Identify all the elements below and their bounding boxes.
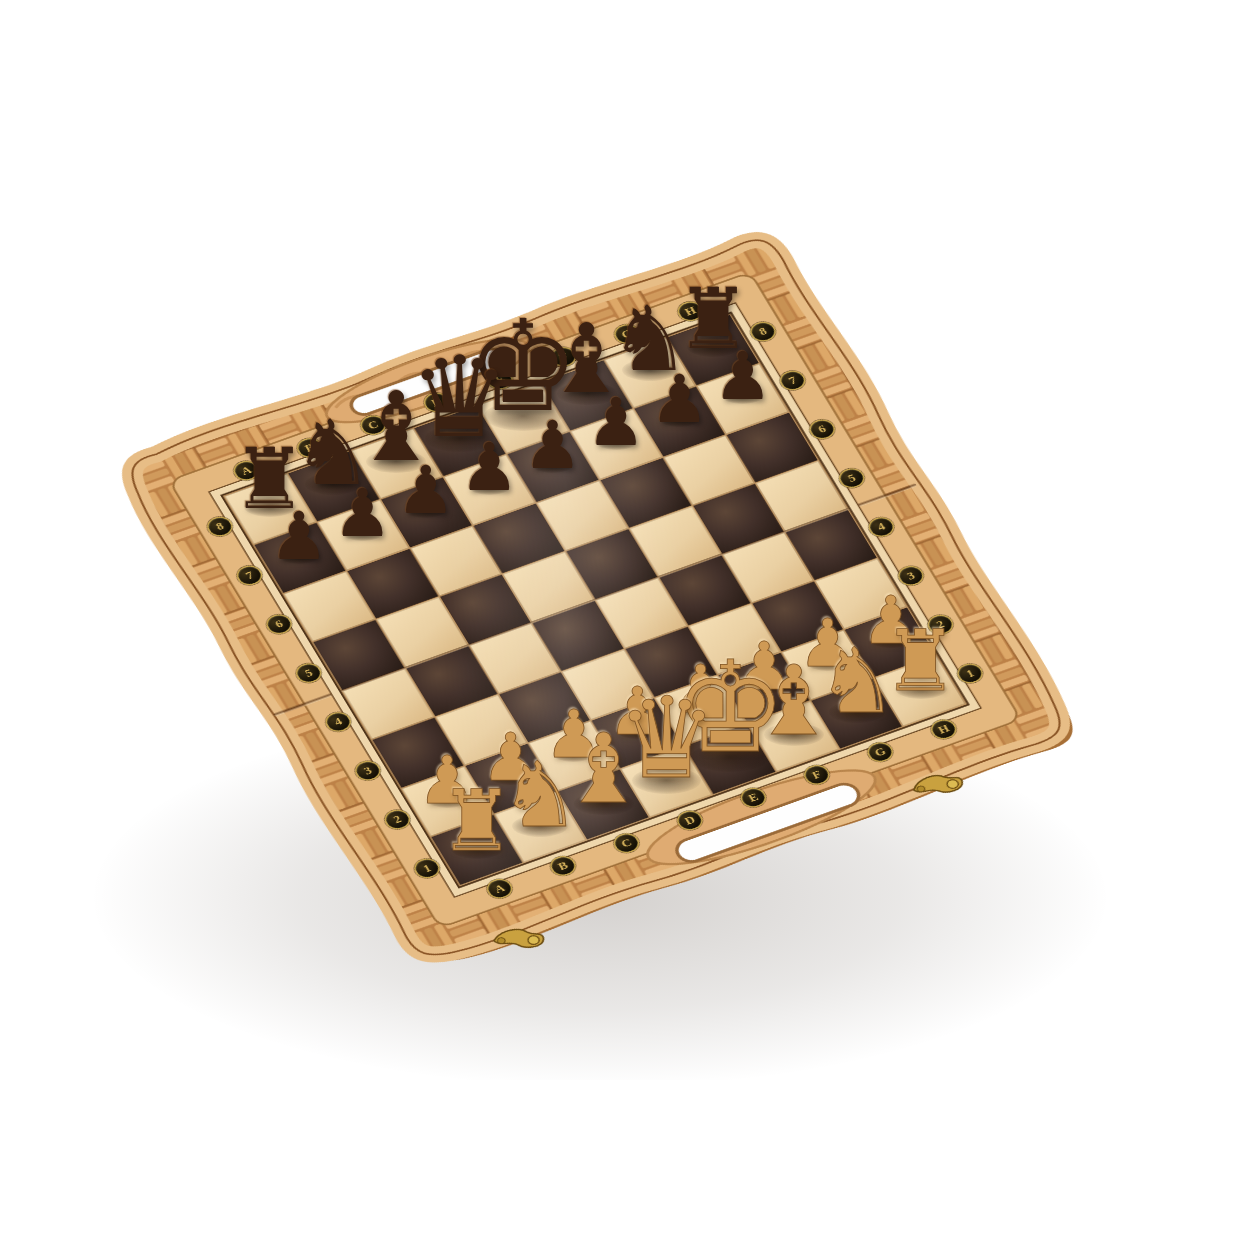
dark-pawn-glyph: ♟ bbox=[523, 413, 582, 479]
dark-pawn-glyph: ♟ bbox=[650, 367, 709, 433]
dark-pawn-glyph: ♟ bbox=[270, 504, 329, 570]
dark-pawn-glyph: ♟ bbox=[396, 458, 455, 524]
dark-pawn-glyph: ♟ bbox=[713, 344, 772, 410]
dark-pawn-glyph: ♟ bbox=[460, 435, 519, 501]
light-rook-glyph: ♜ bbox=[439, 779, 514, 863]
pieces-layer: ♜♞♝♛♚♝♞♜♟♟♟♟♟♟♟♟♟♟♟♟♟♟♟♟♜♞♝♛♚♝♞♜ bbox=[0, 0, 1250, 1250]
dark-pawn-glyph: ♟ bbox=[587, 390, 646, 456]
dark-pawn-glyph: ♟ bbox=[333, 481, 392, 547]
